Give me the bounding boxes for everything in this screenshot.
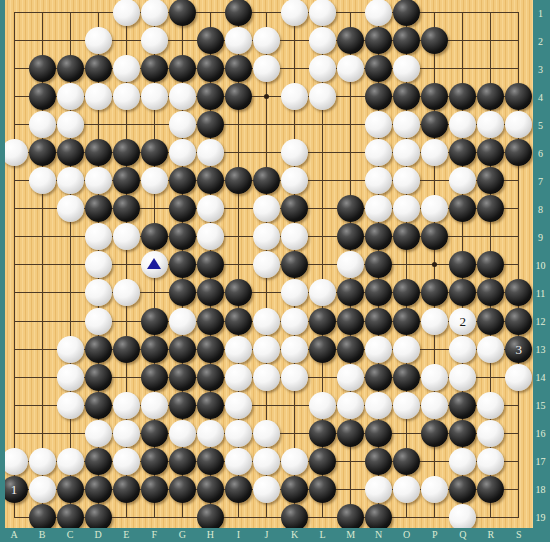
point-H15[interactable] xyxy=(196,391,224,419)
point-M7[interactable] xyxy=(337,167,365,195)
point-K4[interactable] xyxy=(280,83,308,111)
point-L9[interactable] xyxy=(309,223,337,251)
point-F15[interactable] xyxy=(140,391,168,419)
point-R7[interactable] xyxy=(477,167,505,195)
point-C13[interactable] xyxy=(56,335,84,363)
point-C8[interactable] xyxy=(56,195,84,223)
point-C18[interactable] xyxy=(56,475,84,503)
point-H8[interactable] xyxy=(196,195,224,223)
point-M18[interactable] xyxy=(337,475,365,503)
point-R9[interactable] xyxy=(477,223,505,251)
point-S3[interactable] xyxy=(505,55,533,83)
point-E5[interactable] xyxy=(112,111,140,139)
point-M17[interactable] xyxy=(337,447,365,475)
point-R16[interactable] xyxy=(477,419,505,447)
point-K18[interactable] xyxy=(280,475,308,503)
point-D18[interactable] xyxy=(84,475,112,503)
point-I8[interactable] xyxy=(224,195,252,223)
point-L2[interactable] xyxy=(309,27,337,55)
point-K10[interactable] xyxy=(280,251,308,279)
point-B14[interactable] xyxy=(28,363,56,391)
point-N4[interactable] xyxy=(365,83,393,111)
point-C3[interactable] xyxy=(56,55,84,83)
point-J5[interactable] xyxy=(252,111,280,139)
point-Q2[interactable] xyxy=(449,27,477,55)
point-E8[interactable] xyxy=(112,195,140,223)
point-K1[interactable] xyxy=(280,0,308,27)
point-P9[interactable] xyxy=(421,223,449,251)
point-J15[interactable] xyxy=(252,391,280,419)
point-B7[interactable] xyxy=(28,167,56,195)
point-M1[interactable] xyxy=(337,0,365,27)
point-M4[interactable] xyxy=(337,83,365,111)
point-F8[interactable] xyxy=(140,195,168,223)
point-Q6[interactable] xyxy=(449,139,477,167)
point-N5[interactable] xyxy=(365,111,393,139)
point-R4[interactable] xyxy=(477,83,505,111)
point-N14[interactable] xyxy=(365,363,393,391)
point-S7[interactable] xyxy=(505,167,533,195)
point-H12[interactable] xyxy=(196,307,224,335)
point-S17[interactable] xyxy=(505,447,533,475)
point-P7[interactable] xyxy=(421,167,449,195)
point-C2[interactable] xyxy=(56,27,84,55)
point-H5[interactable] xyxy=(196,111,224,139)
point-P4[interactable] xyxy=(421,83,449,111)
point-G9[interactable] xyxy=(168,223,196,251)
point-D7[interactable] xyxy=(84,167,112,195)
point-M15[interactable] xyxy=(337,391,365,419)
point-M12[interactable] xyxy=(337,307,365,335)
point-C7[interactable] xyxy=(56,167,84,195)
point-N15[interactable] xyxy=(365,391,393,419)
point-L12[interactable] xyxy=(309,307,337,335)
point-S9[interactable] xyxy=(505,223,533,251)
point-E16[interactable] xyxy=(112,419,140,447)
point-L5[interactable] xyxy=(309,111,337,139)
point-D5[interactable] xyxy=(84,111,112,139)
point-Q7[interactable] xyxy=(449,167,477,195)
point-S15[interactable] xyxy=(505,391,533,419)
point-G5[interactable] xyxy=(168,111,196,139)
point-P12[interactable] xyxy=(421,307,449,335)
point-D14[interactable] xyxy=(84,363,112,391)
point-G10[interactable] xyxy=(168,251,196,279)
point-S11[interactable] xyxy=(505,279,533,307)
point-D10[interactable] xyxy=(84,251,112,279)
point-M16[interactable] xyxy=(337,419,365,447)
point-F6[interactable] xyxy=(140,139,168,167)
point-F5[interactable] xyxy=(140,111,168,139)
point-S5[interactable] xyxy=(505,111,533,139)
point-Q14[interactable] xyxy=(449,363,477,391)
point-M2[interactable] xyxy=(337,27,365,55)
point-J6[interactable] xyxy=(252,139,280,167)
point-F11[interactable] xyxy=(140,279,168,307)
point-H14[interactable] xyxy=(196,363,224,391)
point-P10[interactable] xyxy=(421,251,449,279)
point-I13[interactable] xyxy=(224,335,252,363)
point-B2[interactable] xyxy=(28,27,56,55)
point-F12[interactable] xyxy=(140,307,168,335)
point-E1[interactable] xyxy=(112,0,140,27)
point-H9[interactable] xyxy=(196,223,224,251)
point-D11[interactable] xyxy=(84,279,112,307)
point-D13[interactable] xyxy=(84,335,112,363)
point-E15[interactable] xyxy=(112,391,140,419)
point-B17[interactable] xyxy=(28,447,56,475)
point-L4[interactable] xyxy=(309,83,337,111)
point-C10[interactable] xyxy=(56,251,84,279)
point-J9[interactable] xyxy=(252,223,280,251)
point-K3[interactable] xyxy=(280,55,308,83)
point-D12[interactable] xyxy=(84,307,112,335)
point-N11[interactable] xyxy=(365,279,393,307)
point-I9[interactable] xyxy=(224,223,252,251)
point-B9[interactable] xyxy=(28,223,56,251)
point-H6[interactable] xyxy=(196,139,224,167)
point-K2[interactable] xyxy=(280,27,308,55)
point-B8[interactable] xyxy=(28,195,56,223)
point-Q10[interactable] xyxy=(449,251,477,279)
point-D16[interactable] xyxy=(84,419,112,447)
point-Q5[interactable] xyxy=(449,111,477,139)
point-B15[interactable] xyxy=(28,391,56,419)
point-F7[interactable] xyxy=(140,167,168,195)
point-I3[interactable] xyxy=(224,55,252,83)
point-G8[interactable] xyxy=(168,195,196,223)
point-J3[interactable] xyxy=(252,55,280,83)
point-J16[interactable] xyxy=(252,419,280,447)
point-S14[interactable] xyxy=(505,363,533,391)
point-S18[interactable] xyxy=(505,475,533,503)
point-L8[interactable] xyxy=(309,195,337,223)
point-O1[interactable] xyxy=(393,0,421,27)
point-C11[interactable] xyxy=(56,279,84,307)
point-I4[interactable] xyxy=(224,83,252,111)
point-B4[interactable] xyxy=(28,83,56,111)
point-E11[interactable] xyxy=(112,279,140,307)
point-R11[interactable] xyxy=(477,279,505,307)
point-C1[interactable] xyxy=(56,0,84,27)
point-R3[interactable] xyxy=(477,55,505,83)
point-B16[interactable] xyxy=(28,419,56,447)
point-F1[interactable] xyxy=(140,0,168,27)
point-J13[interactable] xyxy=(252,335,280,363)
point-D17[interactable] xyxy=(84,447,112,475)
point-R15[interactable] xyxy=(477,391,505,419)
point-S12[interactable] xyxy=(505,307,533,335)
point-C9[interactable] xyxy=(56,223,84,251)
point-D3[interactable] xyxy=(84,55,112,83)
point-Q15[interactable] xyxy=(449,391,477,419)
point-E6[interactable] xyxy=(112,139,140,167)
point-I16[interactable] xyxy=(224,419,252,447)
point-E10[interactable] xyxy=(112,251,140,279)
point-D9[interactable] xyxy=(84,223,112,251)
point-S8[interactable] xyxy=(505,195,533,223)
point-H17[interactable] xyxy=(196,447,224,475)
point-Q3[interactable] xyxy=(449,55,477,83)
point-Q4[interactable] xyxy=(449,83,477,111)
point-E9[interactable] xyxy=(112,223,140,251)
point-S2[interactable] xyxy=(505,27,533,55)
point-N3[interactable] xyxy=(365,55,393,83)
point-M3[interactable] xyxy=(337,55,365,83)
point-I17[interactable] xyxy=(224,447,252,475)
point-K11[interactable] xyxy=(280,279,308,307)
point-B5[interactable] xyxy=(28,111,56,139)
point-F4[interactable] xyxy=(140,83,168,111)
point-J2[interactable] xyxy=(252,27,280,55)
point-H11[interactable] xyxy=(196,279,224,307)
point-Q13[interactable] xyxy=(449,335,477,363)
point-F16[interactable] xyxy=(140,419,168,447)
point-H18[interactable] xyxy=(196,475,224,503)
point-S16[interactable] xyxy=(505,419,533,447)
point-G4[interactable] xyxy=(168,83,196,111)
point-O3[interactable] xyxy=(393,55,421,83)
point-R17[interactable] xyxy=(477,447,505,475)
point-J1[interactable] xyxy=(252,0,280,27)
point-M6[interactable] xyxy=(337,139,365,167)
point-F9[interactable] xyxy=(140,223,168,251)
point-R5[interactable] xyxy=(477,111,505,139)
point-E12[interactable] xyxy=(112,307,140,335)
point-I2[interactable] xyxy=(224,27,252,55)
point-O5[interactable] xyxy=(393,111,421,139)
point-I6[interactable] xyxy=(224,139,252,167)
point-I12[interactable] xyxy=(224,307,252,335)
point-I7[interactable] xyxy=(224,167,252,195)
point-N6[interactable] xyxy=(365,139,393,167)
point-K12[interactable] xyxy=(280,307,308,335)
point-F13[interactable] xyxy=(140,335,168,363)
point-J17[interactable] xyxy=(252,447,280,475)
point-P5[interactable] xyxy=(421,111,449,139)
point-G17[interactable] xyxy=(168,447,196,475)
point-O8[interactable] xyxy=(393,195,421,223)
point-P14[interactable] xyxy=(421,363,449,391)
point-B10[interactable] xyxy=(28,251,56,279)
point-F10[interactable] xyxy=(140,251,168,279)
point-Q17[interactable] xyxy=(449,447,477,475)
point-E2[interactable] xyxy=(112,27,140,55)
point-B6[interactable] xyxy=(28,139,56,167)
point-O17[interactable] xyxy=(393,447,421,475)
point-K16[interactable] xyxy=(280,419,308,447)
point-E4[interactable] xyxy=(112,83,140,111)
point-C15[interactable] xyxy=(56,391,84,419)
point-O7[interactable] xyxy=(393,167,421,195)
point-D2[interactable] xyxy=(84,27,112,55)
point-B11[interactable] xyxy=(28,279,56,307)
point-J12[interactable] xyxy=(252,307,280,335)
point-J8[interactable] xyxy=(252,195,280,223)
point-N12[interactable] xyxy=(365,307,393,335)
point-M11[interactable] xyxy=(337,279,365,307)
point-P2[interactable] xyxy=(421,27,449,55)
point-O16[interactable] xyxy=(393,419,421,447)
point-N17[interactable] xyxy=(365,447,393,475)
point-L1[interactable] xyxy=(309,0,337,27)
point-Q12[interactable]: 2 xyxy=(449,307,477,335)
point-P11[interactable] xyxy=(421,279,449,307)
point-I14[interactable] xyxy=(224,363,252,391)
point-C14[interactable] xyxy=(56,363,84,391)
point-M8[interactable] xyxy=(337,195,365,223)
point-L14[interactable] xyxy=(309,363,337,391)
point-I1[interactable] xyxy=(224,0,252,27)
point-L11[interactable] xyxy=(309,279,337,307)
point-S1[interactable] xyxy=(505,0,533,27)
point-R6[interactable] xyxy=(477,139,505,167)
point-S4[interactable] xyxy=(505,83,533,111)
point-B13[interactable] xyxy=(28,335,56,363)
point-Q18[interactable] xyxy=(449,475,477,503)
point-G7[interactable] xyxy=(168,167,196,195)
point-K6[interactable] xyxy=(280,139,308,167)
point-N1[interactable] xyxy=(365,0,393,27)
point-M5[interactable] xyxy=(337,111,365,139)
point-N8[interactable] xyxy=(365,195,393,223)
point-C12[interactable] xyxy=(56,307,84,335)
point-O2[interactable] xyxy=(393,27,421,55)
point-G13[interactable] xyxy=(168,335,196,363)
point-N7[interactable] xyxy=(365,167,393,195)
point-D6[interactable] xyxy=(84,139,112,167)
point-L15[interactable] xyxy=(309,391,337,419)
point-H16[interactable] xyxy=(196,419,224,447)
point-R2[interactable] xyxy=(477,27,505,55)
point-E14[interactable] xyxy=(112,363,140,391)
point-P16[interactable] xyxy=(421,419,449,447)
point-G18[interactable] xyxy=(168,475,196,503)
point-K13[interactable] xyxy=(280,335,308,363)
point-B12[interactable] xyxy=(28,307,56,335)
point-P1[interactable] xyxy=(421,0,449,27)
point-M10[interactable] xyxy=(337,251,365,279)
point-H3[interactable] xyxy=(196,55,224,83)
point-C4[interactable] xyxy=(56,83,84,111)
point-O14[interactable] xyxy=(393,363,421,391)
point-N16[interactable] xyxy=(365,419,393,447)
point-P15[interactable] xyxy=(421,391,449,419)
point-G1[interactable] xyxy=(168,0,196,27)
point-L17[interactable] xyxy=(309,447,337,475)
point-J11[interactable] xyxy=(252,279,280,307)
point-F3[interactable] xyxy=(140,55,168,83)
point-O15[interactable] xyxy=(393,391,421,419)
point-K5[interactable] xyxy=(280,111,308,139)
point-N2[interactable] xyxy=(365,27,393,55)
point-R8[interactable] xyxy=(477,195,505,223)
point-H4[interactable] xyxy=(196,83,224,111)
point-R18[interactable] xyxy=(477,475,505,503)
point-C6[interactable] xyxy=(56,139,84,167)
point-Q8[interactable] xyxy=(449,195,477,223)
point-O9[interactable] xyxy=(393,223,421,251)
point-P13[interactable] xyxy=(421,335,449,363)
point-F2[interactable] xyxy=(140,27,168,55)
point-H13[interactable] xyxy=(196,335,224,363)
point-S10[interactable] xyxy=(505,251,533,279)
point-L6[interactable] xyxy=(309,139,337,167)
point-R14[interactable] xyxy=(477,363,505,391)
point-R12[interactable] xyxy=(477,307,505,335)
point-D1[interactable] xyxy=(84,0,112,27)
point-G11[interactable] xyxy=(168,279,196,307)
point-D8[interactable] xyxy=(84,195,112,223)
point-K8[interactable] xyxy=(280,195,308,223)
point-I18[interactable] xyxy=(224,475,252,503)
point-R10[interactable] xyxy=(477,251,505,279)
point-L3[interactable] xyxy=(309,55,337,83)
point-P18[interactable] xyxy=(421,475,449,503)
point-C17[interactable] xyxy=(56,447,84,475)
point-P17[interactable] xyxy=(421,447,449,475)
point-F18[interactable] xyxy=(140,475,168,503)
point-L18[interactable] xyxy=(309,475,337,503)
point-H7[interactable] xyxy=(196,167,224,195)
point-C5[interactable] xyxy=(56,111,84,139)
point-G12[interactable] xyxy=(168,307,196,335)
point-G2[interactable] xyxy=(168,27,196,55)
point-N18[interactable] xyxy=(365,475,393,503)
point-B18[interactable] xyxy=(28,475,56,503)
point-H10[interactable] xyxy=(196,251,224,279)
point-G15[interactable] xyxy=(168,391,196,419)
point-F17[interactable] xyxy=(140,447,168,475)
point-J14[interactable] xyxy=(252,363,280,391)
point-B1[interactable] xyxy=(28,0,56,27)
point-E18[interactable] xyxy=(112,475,140,503)
point-E13[interactable] xyxy=(112,335,140,363)
point-K7[interactable] xyxy=(280,167,308,195)
point-P8[interactable] xyxy=(421,195,449,223)
point-O11[interactable] xyxy=(393,279,421,307)
point-Q11[interactable] xyxy=(449,279,477,307)
point-E17[interactable] xyxy=(112,447,140,475)
point-N9[interactable] xyxy=(365,223,393,251)
point-R1[interactable] xyxy=(477,0,505,27)
point-L13[interactable] xyxy=(309,335,337,363)
point-H1[interactable] xyxy=(196,0,224,27)
point-F14[interactable] xyxy=(140,363,168,391)
point-P6[interactable] xyxy=(421,139,449,167)
point-S13[interactable]: 3 xyxy=(505,335,533,363)
point-O13[interactable] xyxy=(393,335,421,363)
point-J7[interactable] xyxy=(252,167,280,195)
point-L10[interactable] xyxy=(309,251,337,279)
point-J10[interactable] xyxy=(252,251,280,279)
point-N10[interactable] xyxy=(365,251,393,279)
point-O18[interactable] xyxy=(393,475,421,503)
point-L7[interactable] xyxy=(309,167,337,195)
point-H2[interactable] xyxy=(196,27,224,55)
point-B3[interactable] xyxy=(28,55,56,83)
point-I5[interactable] xyxy=(224,111,252,139)
point-O6[interactable] xyxy=(393,139,421,167)
point-Q16[interactable] xyxy=(449,419,477,447)
point-I10[interactable] xyxy=(224,251,252,279)
point-G6[interactable] xyxy=(168,139,196,167)
point-G16[interactable] xyxy=(168,419,196,447)
point-I11[interactable] xyxy=(224,279,252,307)
point-I15[interactable] xyxy=(224,391,252,419)
point-K9[interactable] xyxy=(280,223,308,251)
point-R13[interactable] xyxy=(477,335,505,363)
